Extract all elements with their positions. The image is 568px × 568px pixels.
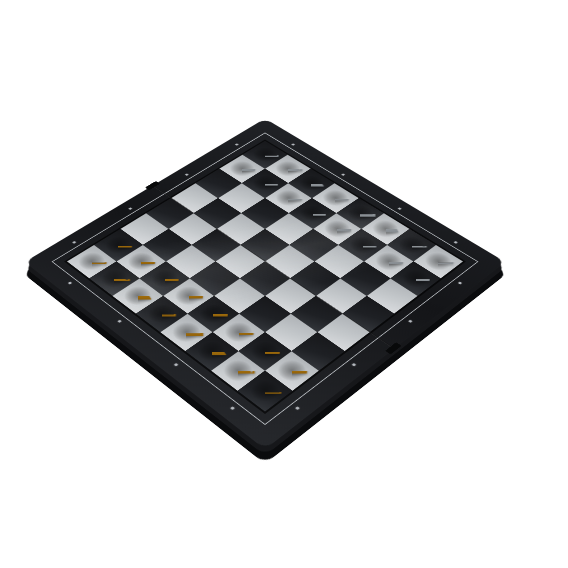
board-frame: ♜♞♝♛♚♝♞♜♟♟♟♟♟♟♟♟♟♟♟♟♟♟♟♟♜♞♝♛♚♝♞♜ — [25, 119, 506, 450]
frame-screw-dot — [458, 282, 462, 285]
frame-screw-dot — [185, 173, 189, 175]
frame-screw-dot — [352, 363, 357, 366]
board-field: ♜♞♝♛♚♝♞♜♟♟♟♟♟♟♟♟♟♟♟♟♟♟♟♟♜♞♝♛♚♝♞♜ — [67, 141, 463, 412]
frame-screw-dot — [408, 320, 412, 323]
frame-screw-dot — [117, 320, 121, 323]
frame-screw-dot — [68, 282, 72, 285]
frame-screw-dot — [295, 406, 300, 410]
square-d5 — [241, 229, 290, 262]
frame-screw-dot — [174, 363, 179, 366]
frame-screw-dot — [230, 406, 235, 410]
chess-set-product-photo[interactable]: ♜♞♝♛♚♝♞♜♟♟♟♟♟♟♟♟♟♟♟♟♟♟♟♟♜♞♝♛♚♝♞♜ — [0, 0, 568, 568]
